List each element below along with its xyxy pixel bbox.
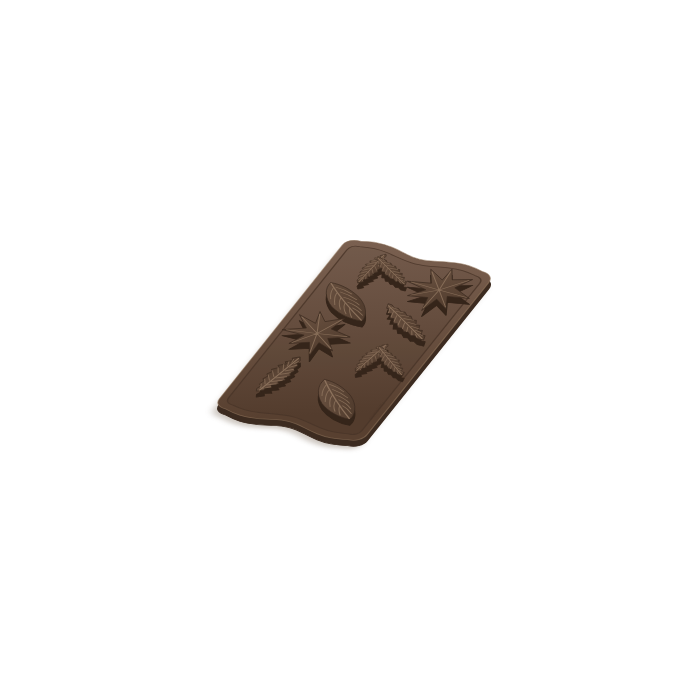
product-photo: silikomart	[0, 0, 700, 700]
mold-tray: silikomart	[208, 236, 501, 451]
photo-canvas: silikomart	[0, 0, 700, 700]
